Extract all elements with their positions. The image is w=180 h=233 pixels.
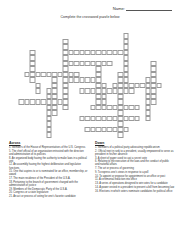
down-clue-list: 1. Members of a political party advocati…: [95, 146, 174, 192]
across-heading: Across: [9, 141, 88, 145]
across-clue: 18. Pertaining to the branch of governme…: [9, 181, 88, 187]
down-clue: 13. A series of operations designed to w…: [95, 182, 174, 185]
down-clue: 2. Official next in rank to a president,…: [95, 150, 174, 156]
down-clue: 16. Elections in which voters nominate c…: [95, 190, 174, 193]
down-heading: Down: [95, 141, 174, 145]
name-label: Name:: [113, 6, 125, 11]
clue-section: Across 4. Members of the House of Repres…: [9, 141, 174, 199]
down-clue: 9. To express one's views in response to…: [95, 171, 174, 174]
name-line: Name:: [113, 5, 172, 11]
instruction-text: Complete the crossword puzzle below: [0, 15, 180, 19]
across-clue: 12. An assembly having the highest delib…: [9, 163, 88, 169]
down-clue: 11. A ceremonial induction into office: [95, 178, 174, 181]
across-clue-list: 4. Members of the House of Representativ…: [9, 146, 88, 198]
crossword-grid: [19, 33, 162, 138]
down-clue: 14. A power vested in a president to pre…: [95, 186, 174, 189]
down-clue: 1. Members of a political party advocati…: [95, 146, 174, 149]
name-field[interactable]: [126, 5, 172, 11]
across-clue: 8. An organized body having the authorit…: [9, 157, 88, 163]
across-column: Across 4. Members of the House of Repres…: [9, 141, 88, 199]
across-clue: 4. Members of the House of Representativ…: [9, 146, 88, 149]
across-clue: 17. The main residence of the President …: [9, 177, 88, 180]
empty-cell: [156, 132, 162, 138]
across-clue: 15. One that aspires to or is nominated …: [9, 170, 88, 176]
down-column: Down 1. Members of a political party adv…: [95, 141, 174, 199]
across-clue: 5. The chief official of an organization…: [9, 150, 88, 156]
across-clue: 21. An act or process of voting for one'…: [9, 195, 88, 198]
across-clue: 20. Congress or a state legislature: [9, 191, 88, 194]
down-clue: 6. Relating to the execution of the laws…: [95, 160, 174, 166]
down-clue: 7. The art or process of governing: [95, 167, 174, 170]
